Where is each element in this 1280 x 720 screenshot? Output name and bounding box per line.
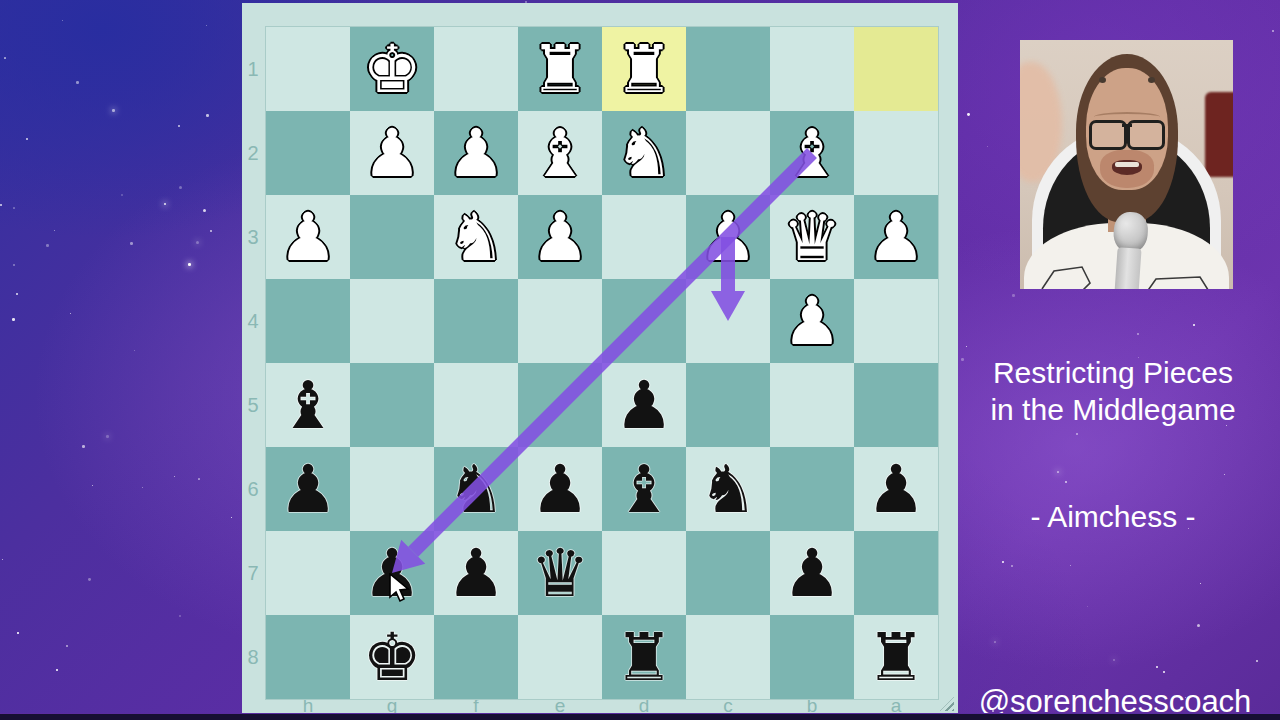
piece-wB-b2[interactable]: ♝ [770, 111, 854, 195]
piece-bN-f6[interactable]: ♞ [434, 447, 518, 531]
piece-wP-b4[interactable]: ♟ [770, 279, 854, 363]
square-f6[interactable]: ♞ [434, 447, 518, 531]
square-g3[interactable] [350, 195, 434, 279]
file-label-d: d [602, 697, 686, 714]
piece-bP-h6[interactable]: ♟ [266, 447, 350, 531]
square-f8[interactable] [434, 615, 518, 699]
piece-wN-d2[interactable]: ♞ [602, 111, 686, 195]
square-h7[interactable] [266, 531, 350, 615]
piece-wB-e2[interactable]: ♝ [518, 111, 602, 195]
file-label-b: b [770, 697, 854, 714]
piece-bN-c6[interactable]: ♞ [686, 447, 770, 531]
square-g6[interactable] [350, 447, 434, 531]
square-g4[interactable] [350, 279, 434, 363]
file-label-a: a [854, 697, 938, 714]
piece-wN-f3[interactable]: ♞ [434, 195, 518, 279]
file-label-e: e [518, 697, 602, 714]
square-c7[interactable] [686, 531, 770, 615]
rank-labels: 12345678 [242, 27, 266, 699]
piece-wP-f2[interactable]: ♟ [434, 111, 518, 195]
square-a7[interactable] [854, 531, 938, 615]
mouth [1112, 160, 1142, 175]
piece-bP-e6[interactable]: ♟ [518, 447, 602, 531]
piece-bP-b7[interactable]: ♟ [770, 531, 854, 615]
file-label-f: f [434, 697, 518, 714]
square-c6[interactable]: ♞ [686, 447, 770, 531]
square-b6[interactable] [770, 447, 854, 531]
square-h3[interactable]: ♟ [266, 195, 350, 279]
square-b1[interactable] [770, 27, 854, 111]
square-a6[interactable]: ♟ [854, 447, 938, 531]
file-label-g: g [350, 697, 434, 714]
rank-label-7: 7 [242, 531, 264, 615]
piece-wP-c3[interactable]: ♟ [686, 195, 770, 279]
square-f4[interactable] [434, 279, 518, 363]
square-d3[interactable] [602, 195, 686, 279]
square-c4[interactable] [686, 279, 770, 363]
square-g8[interactable]: ♚ [350, 615, 434, 699]
rank-label-8: 8 [242, 615, 264, 699]
square-h8[interactable] [266, 615, 350, 699]
piece-bP-f7[interactable]: ♟ [434, 531, 518, 615]
square-b4[interactable]: ♟ [770, 279, 854, 363]
glasses-icon [1089, 120, 1165, 146]
square-c5[interactable] [686, 363, 770, 447]
chess-board-panel: 12345678 hgfedcba ♚♜♜♟♟♝♞♝♟♞♟♟♛♟♟♝♟♟♞♟♝♞… [242, 3, 958, 714]
square-f5[interactable] [434, 363, 518, 447]
square-h2[interactable] [266, 111, 350, 195]
background-furniture [1205, 92, 1233, 177]
square-d8[interactable]: ♜ [602, 615, 686, 699]
rank-label-4: 4 [242, 279, 264, 363]
square-d7[interactable] [602, 531, 686, 615]
square-e2[interactable]: ♝ [518, 111, 602, 195]
square-c1[interactable] [686, 27, 770, 111]
square-h4[interactable] [266, 279, 350, 363]
square-a1[interactable] [854, 27, 938, 111]
square-h6[interactable]: ♟ [266, 447, 350, 531]
square-b2[interactable]: ♝ [770, 111, 854, 195]
square-g1[interactable]: ♚ [350, 27, 434, 111]
file-labels: hgfedcba [266, 697, 938, 714]
square-c8[interactable] [686, 615, 770, 699]
square-c2[interactable] [686, 111, 770, 195]
piece-wP-a3[interactable]: ♟ [854, 195, 938, 279]
piece-bP-a6[interactable]: ♟ [854, 447, 938, 531]
square-g5[interactable] [350, 363, 434, 447]
piece-bK-g8[interactable]: ♚ [350, 615, 434, 699]
square-e4[interactable] [518, 279, 602, 363]
square-h1[interactable] [266, 27, 350, 111]
piece-bR-a8[interactable]: ♜ [854, 615, 938, 699]
square-d4[interactable] [602, 279, 686, 363]
rank-label-2: 2 [242, 111, 264, 195]
piece-bB-d6[interactable]: ♝ [602, 447, 686, 531]
square-f3[interactable]: ♞ [434, 195, 518, 279]
piece-bR-d8[interactable]: ♜ [602, 615, 686, 699]
square-b8[interactable] [770, 615, 854, 699]
square-g7[interactable]: ♟ [350, 531, 434, 615]
resize-handle-icon[interactable] [940, 697, 954, 711]
square-a3[interactable]: ♟ [854, 195, 938, 279]
piece-bP-g7[interactable]: ♟ [350, 531, 434, 615]
square-e6[interactable]: ♟ [518, 447, 602, 531]
square-c3[interactable]: ♟ [686, 195, 770, 279]
square-e1[interactable]: ♜ [518, 27, 602, 111]
piece-wK-g1[interactable]: ♚ [350, 27, 434, 111]
rank-label-6: 6 [242, 447, 264, 531]
square-e5[interactable] [518, 363, 602, 447]
rank-label-1: 1 [242, 27, 264, 111]
title-line-1: Restricting Pieces [968, 354, 1258, 391]
square-a2[interactable] [854, 111, 938, 195]
square-a8[interactable]: ♜ [854, 615, 938, 699]
square-f1[interactable] [434, 27, 518, 111]
square-a5[interactable] [854, 363, 938, 447]
streamer-webcam [1020, 40, 1233, 289]
square-b3[interactable]: ♛ [770, 195, 854, 279]
piece-wP-h3[interactable]: ♟ [266, 195, 350, 279]
piece-wQ-b3[interactable]: ♛ [770, 195, 854, 279]
file-label-c: c [686, 697, 770, 714]
piece-bP-d5[interactable]: ♟ [602, 363, 686, 447]
bottom-letterbox-strip [0, 713, 1280, 720]
square-e7[interactable]: ♛ [518, 531, 602, 615]
face [1086, 68, 1168, 190]
square-d2[interactable]: ♞ [602, 111, 686, 195]
piece-wP-g2[interactable]: ♟ [350, 111, 434, 195]
square-e8[interactable] [518, 615, 602, 699]
square-f7[interactable]: ♟ [434, 531, 518, 615]
square-b5[interactable] [770, 363, 854, 447]
square-e3[interactable]: ♟ [518, 195, 602, 279]
piece-wR-e1[interactable]: ♜ [518, 27, 602, 111]
square-d1[interactable]: ♜ [602, 27, 686, 111]
piece-bQ-e7[interactable]: ♛ [518, 531, 602, 615]
square-h5[interactable]: ♝ [266, 363, 350, 447]
file-label-h: h [266, 697, 350, 714]
rank-label-5: 5 [242, 363, 264, 447]
square-d6[interactable]: ♝ [602, 447, 686, 531]
piece-wP-e3[interactable]: ♟ [518, 195, 602, 279]
microphone-icon [1109, 211, 1149, 289]
square-b7[interactable]: ♟ [770, 531, 854, 615]
square-d5[interactable]: ♟ [602, 363, 686, 447]
chess-board[interactable]: ♚♜♜♟♟♝♞♝♟♞♟♟♛♟♟♝♟♟♞♟♝♞♟♟♟♛♟♚♜♜ [266, 27, 938, 699]
title-line-2: in the Middlegame [968, 391, 1258, 428]
video-title: Restricting Pieces in the Middlegame [968, 354, 1258, 428]
square-a4[interactable] [854, 279, 938, 363]
rank-label-3: 3 [242, 195, 264, 279]
piece-bB-h5[interactable]: ♝ [266, 363, 350, 447]
square-g2[interactable]: ♟ [350, 111, 434, 195]
brand-subtitle: - Aimchess - [968, 500, 1258, 534]
piece-wR-d1[interactable]: ♜ [602, 27, 686, 111]
square-f2[interactable]: ♟ [434, 111, 518, 195]
